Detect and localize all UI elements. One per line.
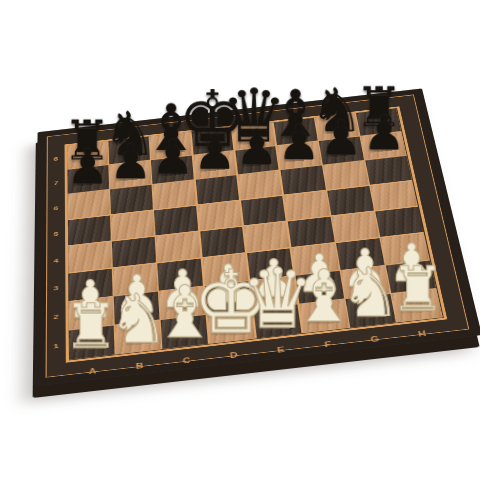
square-b4[interactable] [112, 237, 156, 268]
piece-black-pawn-g7[interactable]: ♟ [320, 114, 363, 162]
piece-black-pawn-d7[interactable]: ♟ [193, 128, 236, 176]
square-f5[interactable] [284, 191, 330, 221]
square-d5[interactable] [198, 201, 243, 231]
piece-black-pawn-e7[interactable]: ♟ [236, 123, 279, 171]
square-h6[interactable] [366, 156, 412, 185]
board-grid: ♜♞♝♚♛♝♞♜♟♟♟♟♟♟♟♟♟♟♟♟♟♟♟♟♜♞♝♚♛♝♞♜ [67, 108, 442, 359]
rank-label-7: 7 [54, 180, 59, 186]
square-h5[interactable] [370, 181, 417, 211]
square-f7[interactable]: ♟ [277, 141, 321, 169]
chess-board: ♜♞♝♚♛♝♞♜♟♟♟♟♟♟♟♟♟♟♟♟♟♟♟♟♜♞♝♚♛♝♞♜ ABCDEFG… [35, 88, 480, 386]
square-e7[interactable]: ♟ [235, 146, 279, 174]
square-b5[interactable] [111, 210, 154, 240]
square-e5[interactable] [241, 196, 286, 226]
rank-label-6: 6 [54, 205, 59, 211]
square-g7[interactable]: ♟ [319, 137, 364, 165]
square-a7[interactable]: ♟ [68, 165, 109, 193]
square-d7[interactable]: ♟ [193, 151, 236, 179]
chess-set-photo: ♜♞♝♚♛♝♞♜♟♟♟♟♟♟♟♟♟♟♟♟♟♟♟♟♜♞♝♚♛♝♞♜ ABCDEFG… [0, 0, 480, 480]
piece-black-pawn-a7[interactable]: ♟ [66, 143, 109, 191]
piece-white-rook-h1[interactable]: ♜ [390, 259, 445, 321]
piece-black-pawn-c7[interactable]: ♟ [151, 133, 194, 181]
scene: ♜♞♝♚♛♝♞♜♟♟♟♟♟♟♟♟♟♟♟♟♟♟♟♟♜♞♝♚♛♝♞♜ ABCDEFG… [0, 0, 480, 480]
piece-black-pawn-h7[interactable]: ♟ [362, 109, 405, 157]
square-g1[interactable]: ♞ [346, 294, 396, 328]
square-h7[interactable]: ♟ [361, 132, 407, 160]
piece-black-pawn-b7[interactable]: ♟ [109, 138, 152, 186]
rank-label-8: 8 [54, 156, 59, 162]
square-h1[interactable]: ♜ [392, 289, 443, 322]
square-a4[interactable] [68, 242, 111, 273]
square-c7[interactable]: ♟ [151, 156, 194, 184]
piece-black-pawn-f7[interactable]: ♟ [278, 119, 321, 167]
square-b7[interactable]: ♟ [109, 160, 151, 188]
square-c5[interactable] [154, 205, 198, 235]
square-a5[interactable] [68, 215, 111, 245]
square-g5[interactable] [327, 186, 374, 216]
rank-label-5: 5 [53, 231, 58, 238]
